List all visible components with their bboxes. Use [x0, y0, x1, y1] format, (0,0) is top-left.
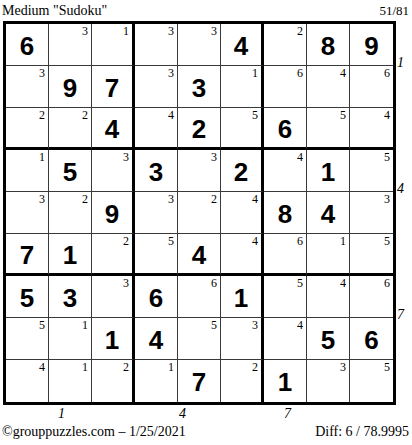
cell-r2c1[interactable]: 3 [6, 66, 49, 108]
cell-r2c4[interactable]: 3 [135, 66, 178, 108]
pencil-mark: 2 [211, 192, 217, 206]
pencil-mark: 5 [384, 360, 390, 374]
cell-r1c6[interactable]: 4 [221, 24, 264, 66]
cell-r6c7[interactable]: 6 [264, 234, 307, 276]
pencil-mark: 6 [297, 66, 303, 80]
cell-r6c6[interactable]: 4 [221, 234, 264, 276]
row-label-1: 1 [397, 55, 404, 71]
pencil-mark: 4 [39, 360, 45, 374]
cell-r4c2[interactable]: 5 [49, 150, 92, 192]
placed-digit: 3 [63, 285, 77, 311]
cell-r4c1[interactable]: 1 [6, 150, 49, 192]
placed-digit: 6 [278, 116, 292, 142]
row-label-4: 4 [397, 181, 404, 197]
pencil-mark: 5 [384, 234, 390, 248]
pencil-mark: 3 [211, 24, 217, 38]
cell-r7c3[interactable]: 3 [92, 276, 135, 318]
cell-r4c4[interactable]: 3 [135, 150, 178, 192]
cell-r8c8[interactable]: 5 [307, 318, 350, 360]
cell-r9c4[interactable]: 1 [135, 360, 178, 402]
cell-r9c6[interactable]: 2 [221, 360, 264, 402]
pencil-mark: 3 [82, 24, 88, 38]
cell-r3c2[interactable]: 2 [49, 108, 92, 150]
cell-r4c5[interactable]: 3 [178, 150, 221, 192]
placed-digit: 4 [105, 116, 119, 142]
pencil-mark: 1 [82, 318, 88, 332]
cell-r4c9[interactable]: 5 [350, 150, 393, 192]
pencil-mark: 5 [168, 234, 174, 248]
cell-r6c4[interactable]: 5 [135, 234, 178, 276]
pencil-mark: 5 [297, 276, 303, 290]
cell-r2c5[interactable]: 3 [178, 66, 221, 108]
page-title: Medium "Sudoku" [2, 3, 107, 19]
placed-digit: 5 [321, 327, 335, 353]
cell-r9c3[interactable]: 2 [92, 360, 135, 402]
pencil-mark: 2 [123, 234, 129, 248]
cell-r9c1[interactable]: 4 [6, 360, 49, 402]
cell-r2c9[interactable]: 6 [350, 66, 393, 108]
cell-r9c2[interactable]: 1 [49, 360, 92, 402]
placed-digit: 3 [149, 159, 163, 185]
cell-r1c8[interactable]: 8 [307, 24, 350, 66]
cell-r2c2[interactable]: 9 [49, 66, 92, 108]
cell-r8c6[interactable]: 3 [221, 318, 264, 360]
cell-r7c2[interactable]: 3 [49, 276, 92, 318]
cell-r7c5[interactable]: 6 [178, 276, 221, 318]
cell-r6c1[interactable]: 7 [6, 234, 49, 276]
cell-r4c7[interactable]: 4 [264, 150, 307, 192]
cell-r3c3[interactable]: 4 [92, 108, 135, 150]
cell-r3c7[interactable]: 6 [264, 108, 307, 150]
pencil-mark: 2 [252, 360, 258, 374]
pencil-mark: 1 [252, 66, 258, 80]
pencil-mark: 3 [340, 360, 346, 374]
placed-digit: 9 [105, 201, 119, 227]
difficulty-text: Diff: 6 / 78.9995 [315, 424, 409, 440]
cell-r8c5[interactable]: 5 [178, 318, 221, 360]
cell-r5c4[interactable]: 3 [135, 192, 178, 234]
cell-r8c9[interactable]: 6 [350, 318, 393, 360]
cell-r5c1[interactable]: 3 [6, 192, 49, 234]
cell-r8c7[interactable]: 4 [264, 318, 307, 360]
cell-r6c9[interactable]: 5 [350, 234, 393, 276]
cell-r8c2[interactable]: 1 [49, 318, 92, 360]
placed-digit: 2 [234, 159, 248, 185]
pencil-mark: 4 [297, 318, 303, 332]
pencil-mark: 3 [168, 66, 174, 80]
pencil-mark: 3 [168, 192, 174, 206]
cell-r6c3[interactable]: 2 [92, 234, 135, 276]
pencil-mark: 4 [384, 108, 390, 122]
cell-r7c1[interactable]: 5 [6, 276, 49, 318]
cell-r1c2[interactable]: 3 [49, 24, 92, 66]
pencil-mark: 2 [82, 192, 88, 206]
placed-digit: 9 [364, 33, 378, 59]
cell-r7c6[interactable]: 1 [221, 276, 264, 318]
pencil-mark: 4 [252, 192, 258, 206]
cell-r2c7[interactable]: 6 [264, 66, 307, 108]
sudoku-board: 6313342893973316462244256541533324153293… [3, 21, 396, 405]
pencil-mark: 3 [168, 24, 174, 38]
placed-digit: 2 [192, 116, 206, 142]
cell-r1c4[interactable]: 3 [135, 24, 178, 66]
pencil-mark: 5 [39, 318, 45, 332]
pencil-mark: 5 [252, 108, 258, 122]
copyright-text: ©grouppuzzles.com – 1/25/2021 [2, 424, 186, 440]
col-label-1: 1 [58, 406, 65, 422]
pencil-mark: 2 [39, 108, 45, 122]
pencil-mark: 6 [384, 66, 390, 80]
cell-r5c2[interactable]: 2 [49, 192, 92, 234]
placed-digit: 1 [105, 327, 119, 353]
cell-r7c9[interactable]: 6 [350, 276, 393, 318]
placed-digit: 1 [63, 242, 77, 268]
pencil-mark: 3 [39, 192, 45, 206]
placed-digit: 7 [105, 75, 119, 101]
cell-r1c9[interactable]: 9 [350, 24, 393, 66]
cell-r3c8[interactable]: 5 [307, 108, 350, 150]
placed-digit: 4 [149, 327, 163, 353]
cell-r6c2[interactable]: 1 [49, 234, 92, 276]
cell-r7c7[interactable]: 5 [264, 276, 307, 318]
pencil-mark: 4 [252, 234, 258, 248]
cell-r8c4[interactable]: 4 [135, 318, 178, 360]
pencil-mark: 3 [123, 276, 129, 290]
cell-r5c3[interactable]: 9 [92, 192, 135, 234]
cell-r3c4[interactable]: 4 [135, 108, 178, 150]
cell-r3c6[interactable]: 5 [221, 108, 264, 150]
cell-r6c8[interactable]: 1 [307, 234, 350, 276]
pencil-mark: 3 [39, 66, 45, 80]
placed-digit: 1 [278, 369, 292, 395]
placed-digit: 9 [63, 75, 77, 101]
cell-r8c1[interactable]: 5 [6, 318, 49, 360]
cell-r5c8[interactable]: 4 [307, 192, 350, 234]
placed-digit: 1 [234, 285, 248, 311]
placed-digit: 8 [278, 201, 292, 227]
pencil-mark: 1 [168, 360, 174, 374]
placed-digit: 7 [192, 369, 206, 395]
pencil-mark: 1 [39, 150, 45, 164]
cell-r2c6[interactable]: 1 [221, 66, 264, 108]
cell-r5c9[interactable]: 3 [350, 192, 393, 234]
col-label-7: 7 [284, 406, 291, 422]
cell-r9c9[interactable]: 5 [350, 360, 393, 402]
cell-r4c8[interactable]: 1 [307, 150, 350, 192]
placed-digit: 5 [20, 285, 34, 311]
cell-r2c3[interactable]: 7 [92, 66, 135, 108]
pencil-mark: 3 [384, 192, 390, 206]
pencil-mark: 1 [82, 360, 88, 374]
pencil-mark: 5 [340, 108, 346, 122]
pencil-mark: 2 [82, 108, 88, 122]
cell-r1c1[interactable]: 6 [6, 24, 49, 66]
col-label-4: 4 [179, 406, 186, 422]
cell-r3c5[interactable]: 2 [178, 108, 221, 150]
cell-r1c7[interactable]: 2 [264, 24, 307, 66]
pencil-mark: 2 [123, 360, 129, 374]
cell-r4c6[interactable]: 2 [221, 150, 264, 192]
placed-digit: 6 [20, 33, 34, 59]
row-label-7: 7 [397, 307, 404, 323]
placed-digit: 6 [364, 327, 378, 353]
placed-digit: 4 [321, 201, 335, 227]
pencil-mark: 4 [168, 108, 174, 122]
pencil-mark: 6 [297, 234, 303, 248]
cell-r2c8[interactable]: 4 [307, 66, 350, 108]
pencil-mark: 6 [384, 276, 390, 290]
placed-digit: 7 [20, 242, 34, 268]
cell-r5c5[interactable]: 2 [178, 192, 221, 234]
cell-r6c5[interactable]: 4 [178, 234, 221, 276]
pencil-mark: 3 [123, 150, 129, 164]
pencil-mark: 4 [340, 66, 346, 80]
cell-r9c5[interactable]: 7 [178, 360, 221, 402]
placed-digit: 3 [192, 75, 206, 101]
cell-r8c3[interactable]: 1 [92, 318, 135, 360]
pencil-mark: 5 [384, 150, 390, 164]
pencil-mark: 6 [211, 276, 217, 290]
cell-r1c5[interactable]: 3 [178, 24, 221, 66]
cell-r3c9[interactable]: 4 [350, 108, 393, 150]
pencil-mark: 4 [297, 150, 303, 164]
pencil-mark: 2 [297, 24, 303, 38]
cell-r9c7[interactable]: 1 [264, 360, 307, 402]
progress-counter: 51/81 [379, 3, 409, 19]
cell-r1c3[interactable]: 1 [92, 24, 135, 66]
pencil-mark: 1 [340, 234, 346, 248]
cell-r4c3[interactable]: 3 [92, 150, 135, 192]
placed-digit: 4 [234, 33, 248, 59]
placed-digit: 4 [192, 242, 206, 268]
pencil-mark: 4 [340, 276, 346, 290]
pencil-mark: 3 [211, 150, 217, 164]
placed-digit: 8 [321, 33, 335, 59]
cell-r5c6[interactable]: 4 [221, 192, 264, 234]
cell-r7c8[interactable]: 4 [307, 276, 350, 318]
cell-r9c8[interactable]: 3 [307, 360, 350, 402]
placed-digit: 5 [63, 159, 77, 185]
cell-r3c1[interactable]: 2 [6, 108, 49, 150]
pencil-mark: 3 [252, 318, 258, 332]
cell-r7c4[interactable]: 6 [135, 276, 178, 318]
pencil-mark: 5 [211, 318, 217, 332]
cell-r5c7[interactable]: 8 [264, 192, 307, 234]
pencil-mark: 1 [123, 24, 129, 38]
placed-digit: 6 [149, 285, 163, 311]
placed-digit: 1 [321, 159, 335, 185]
